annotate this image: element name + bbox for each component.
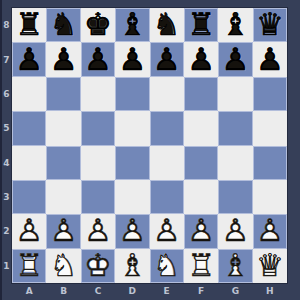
- square-d8[interactable]: ♝♗: [115, 8, 149, 42]
- square-b2[interactable]: ♟♙: [46, 214, 80, 248]
- square-h8[interactable]: ♛♕: [253, 8, 287, 42]
- piece-outline-glyph: ♙: [187, 43, 215, 74]
- black-pawn-f7[interactable]: ♟♙: [184, 42, 218, 76]
- piece-outline-glyph: ♙: [187, 215, 215, 246]
- piece-outline-glyph: ♘: [153, 9, 181, 40]
- file-label-b: B: [46, 283, 80, 300]
- piece-outline-glyph: ♘: [50, 249, 78, 280]
- black-pawn-h7[interactable]: ♟♙: [253, 42, 287, 76]
- black-knight-b8[interactable]: ♞♘: [46, 8, 80, 42]
- chess-board: ♜♖♞♘♚♔♝♗♞♘♜♖♝♗♛♕♟♙♟♙♟♙♟♙♟♙♟♙♟♙♟♙♟♙♟♙♟♙♟♙…: [12, 8, 287, 283]
- piece-outline-glyph: ♙: [84, 215, 112, 246]
- piece-outline-glyph: ♖: [15, 249, 43, 280]
- file-label-a: A: [12, 283, 46, 300]
- white-pawn-b2[interactable]: ♟♙: [46, 214, 80, 248]
- white-rook-f1[interactable]: ♜♖: [184, 249, 218, 283]
- square-g2[interactable]: ♟♙: [218, 214, 252, 248]
- white-queen-h1[interactable]: ♛♕: [253, 249, 287, 283]
- square-b3[interactable]: [46, 180, 80, 214]
- square-h6[interactable]: [253, 77, 287, 111]
- square-c2[interactable]: ♟♙: [81, 214, 115, 248]
- black-bishop-d8[interactable]: ♝♗: [115, 8, 149, 42]
- square-g7[interactable]: ♟♙: [218, 42, 252, 76]
- black-king-c8[interactable]: ♚♔: [81, 8, 115, 42]
- square-a4[interactable]: [12, 146, 46, 180]
- square-g3[interactable]: [218, 180, 252, 214]
- square-b7[interactable]: ♟♙: [46, 42, 80, 76]
- square-b1[interactable]: ♞♘: [46, 249, 80, 283]
- square-c3[interactable]: [81, 180, 115, 214]
- piece-outline-glyph: ♙: [118, 215, 146, 246]
- square-b5[interactable]: [46, 111, 80, 145]
- white-bishop-d1[interactable]: ♝♗: [115, 249, 149, 283]
- black-knight-e8[interactable]: ♞♘: [150, 8, 184, 42]
- piece-outline-glyph: ♙: [50, 215, 78, 246]
- rank-label-4: 4: [0, 146, 12, 180]
- piece-outline-glyph: ♖: [187, 9, 215, 40]
- rank-label-5: 5: [0, 111, 12, 145]
- square-a1[interactable]: ♜♖: [12, 249, 46, 283]
- piece-outline-glyph: ♙: [84, 43, 112, 74]
- piece-outline-glyph: ♘: [50, 9, 78, 40]
- square-f4[interactable]: [184, 146, 218, 180]
- square-c1[interactable]: ♚♔: [81, 249, 115, 283]
- square-d6[interactable]: [115, 77, 149, 111]
- square-a5[interactable]: [12, 111, 46, 145]
- rank-label-3: 3: [0, 180, 12, 214]
- square-d2[interactable]: ♟♙: [115, 214, 149, 248]
- square-e8[interactable]: ♞♘: [150, 8, 184, 42]
- file-labels: ABCDEFGH: [12, 283, 287, 300]
- square-e3[interactable]: [150, 180, 184, 214]
- square-a3[interactable]: [12, 180, 46, 214]
- square-b6[interactable]: [46, 77, 80, 111]
- square-g1[interactable]: ♝♗: [218, 249, 252, 283]
- square-h3[interactable]: [253, 180, 287, 214]
- rank-label-8: 8: [0, 8, 12, 42]
- square-e6[interactable]: [150, 77, 184, 111]
- black-rook-f8[interactable]: ♜♖: [184, 8, 218, 42]
- rank-labels: 87654321: [0, 8, 12, 283]
- square-e2[interactable]: ♟♙: [150, 214, 184, 248]
- piece-outline-glyph: ♗: [222, 249, 250, 280]
- piece-outline-glyph: ♕: [256, 9, 284, 40]
- square-h5[interactable]: [253, 111, 287, 145]
- square-c7[interactable]: ♟♙: [81, 42, 115, 76]
- piece-outline-glyph: ♙: [256, 215, 284, 246]
- white-pawn-e2[interactable]: ♟♙: [150, 214, 184, 248]
- file-label-h: H: [253, 283, 287, 300]
- piece-outline-glyph: ♖: [15, 9, 43, 40]
- white-pawn-g2[interactable]: ♟♙: [218, 214, 252, 248]
- white-rook-a1[interactable]: ♜♖: [12, 249, 46, 283]
- black-pawn-g7[interactable]: ♟♙: [218, 42, 252, 76]
- square-e1[interactable]: ♞♘: [150, 249, 184, 283]
- square-d1[interactable]: ♝♗: [115, 249, 149, 283]
- file-label-g: G: [218, 283, 252, 300]
- square-e4[interactable]: [150, 146, 184, 180]
- white-pawn-d2[interactable]: ♟♙: [115, 214, 149, 248]
- white-knight-e1[interactable]: ♞♘: [150, 249, 184, 283]
- rank-label-1: 1: [0, 249, 12, 283]
- file-label-f: F: [184, 283, 218, 300]
- square-f6[interactable]: [184, 77, 218, 111]
- piece-outline-glyph: ♙: [153, 43, 181, 74]
- square-a8[interactable]: ♜♖: [12, 8, 46, 42]
- black-rook-a8[interactable]: ♜♖: [12, 8, 46, 42]
- square-b4[interactable]: [46, 146, 80, 180]
- piece-outline-glyph: ♙: [15, 215, 43, 246]
- square-h7[interactable]: ♟♙: [253, 42, 287, 76]
- square-f7[interactable]: ♟♙: [184, 42, 218, 76]
- square-c4[interactable]: [81, 146, 115, 180]
- square-a6[interactable]: [12, 77, 46, 111]
- white-pawn-a2[interactable]: ♟♙: [12, 214, 46, 248]
- white-pawn-c2[interactable]: ♟♙: [81, 214, 115, 248]
- square-c8[interactable]: ♚♔: [81, 8, 115, 42]
- piece-outline-glyph: ♗: [118, 249, 146, 280]
- rank-label-6: 6: [0, 77, 12, 111]
- piece-outline-glyph: ♙: [50, 43, 78, 74]
- piece-outline-glyph: ♙: [256, 43, 284, 74]
- square-d4[interactable]: [115, 146, 149, 180]
- white-pawn-h2[interactable]: ♟♙: [253, 214, 287, 248]
- white-king-c1[interactable]: ♚♔: [81, 249, 115, 283]
- file-label-d: D: [115, 283, 149, 300]
- black-pawn-e7[interactable]: ♟♙: [150, 42, 184, 76]
- white-bishop-g1[interactable]: ♝♗: [218, 249, 252, 283]
- piece-outline-glyph: ♗: [222, 9, 250, 40]
- square-f3[interactable]: [184, 180, 218, 214]
- square-b8[interactable]: ♞♘: [46, 8, 80, 42]
- square-f8[interactable]: ♜♖: [184, 8, 218, 42]
- square-e7[interactable]: ♟♙: [150, 42, 184, 76]
- piece-outline-glyph: ♙: [118, 43, 146, 74]
- piece-outline-glyph: ♙: [153, 215, 181, 246]
- square-a2[interactable]: ♟♙: [12, 214, 46, 248]
- square-h2[interactable]: ♟♙: [253, 214, 287, 248]
- square-f1[interactable]: ♜♖: [184, 249, 218, 283]
- piece-outline-glyph: ♙: [222, 43, 250, 74]
- square-d5[interactable]: [115, 111, 149, 145]
- black-pawn-d7[interactable]: ♟♙: [115, 42, 149, 76]
- black-bishop-g8[interactable]: ♝♗: [218, 8, 252, 42]
- file-label-e: E: [150, 283, 184, 300]
- square-g5[interactable]: [218, 111, 252, 145]
- square-f2[interactable]: ♟♙: [184, 214, 218, 248]
- piece-outline-glyph: ♔: [84, 9, 112, 40]
- square-d3[interactable]: [115, 180, 149, 214]
- black-pawn-c7[interactable]: ♟♙: [81, 42, 115, 76]
- rank-label-7: 7: [0, 42, 12, 76]
- white-knight-b1[interactable]: ♞♘: [46, 249, 80, 283]
- black-pawn-a7[interactable]: ♟♙: [12, 42, 46, 76]
- square-c5[interactable]: [81, 111, 115, 145]
- black-pawn-b7[interactable]: ♟♙: [46, 42, 80, 76]
- square-h1[interactable]: ♛♕: [253, 249, 287, 283]
- piece-outline-glyph: ♙: [222, 215, 250, 246]
- square-g6[interactable]: [218, 77, 252, 111]
- white-pawn-f2[interactable]: ♟♙: [184, 214, 218, 248]
- piece-outline-glyph: ♗: [118, 9, 146, 40]
- square-d7[interactable]: ♟♙: [115, 42, 149, 76]
- square-e5[interactable]: [150, 111, 184, 145]
- rank-label-2: 2: [0, 214, 12, 248]
- piece-outline-glyph: ♘: [153, 249, 181, 280]
- square-c6[interactable]: [81, 77, 115, 111]
- black-queen-h8[interactable]: ♛♕: [253, 8, 287, 42]
- square-h4[interactable]: [253, 146, 287, 180]
- piece-outline-glyph: ♔: [84, 249, 112, 280]
- square-f5[interactable]: [184, 111, 218, 145]
- square-g8[interactable]: ♝♗: [218, 8, 252, 42]
- square-g4[interactable]: [218, 146, 252, 180]
- piece-outline-glyph: ♙: [15, 43, 43, 74]
- file-label-c: C: [81, 283, 115, 300]
- piece-outline-glyph: ♕: [256, 249, 284, 280]
- square-a7[interactable]: ♟♙: [12, 42, 46, 76]
- piece-outline-glyph: ♖: [187, 249, 215, 280]
